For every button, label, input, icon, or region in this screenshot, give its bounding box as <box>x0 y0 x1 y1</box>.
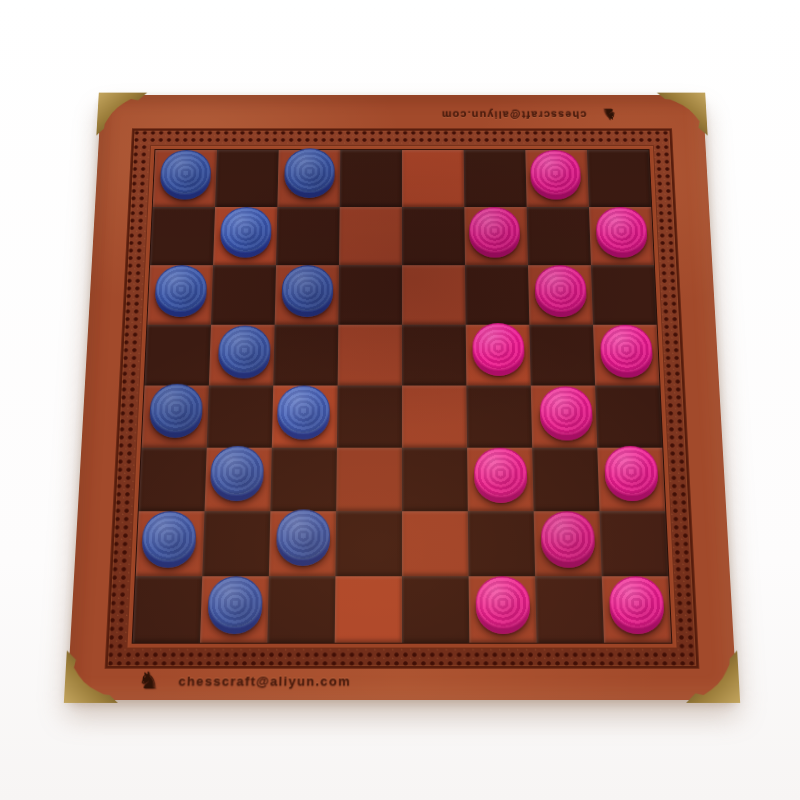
square-h6[interactable] <box>591 265 657 324</box>
blue-checker[interactable] <box>148 389 202 438</box>
blue-checker[interactable] <box>141 517 197 568</box>
pink-checker[interactable] <box>608 582 664 634</box>
square-h5[interactable] <box>593 325 659 386</box>
square-h3[interactable] <box>597 448 665 512</box>
leather-board-mat: ♞ chesscraft@aliyun.com ♞ chesscraft@ali… <box>67 95 737 700</box>
square-h4[interactable] <box>595 386 662 448</box>
square-d8[interactable] <box>340 150 402 207</box>
checker-top-face <box>218 326 271 374</box>
checker-top-face <box>207 576 263 628</box>
pink-checker[interactable] <box>599 330 653 378</box>
square-f2[interactable] <box>468 511 535 576</box>
checker-top-face <box>473 448 527 498</box>
checker-top-face <box>475 576 530 628</box>
square-e7[interactable] <box>402 207 465 265</box>
square-c8[interactable] <box>277 150 340 207</box>
blue-checker[interactable] <box>159 155 211 200</box>
square-f5[interactable] <box>466 325 531 386</box>
square-d3[interactable] <box>336 448 402 512</box>
blue-checker[interactable] <box>219 212 271 258</box>
square-g2[interactable] <box>534 511 602 576</box>
square-b6[interactable] <box>211 265 276 324</box>
blue-checker[interactable] <box>210 451 264 501</box>
blue-checker[interactable] <box>218 331 271 379</box>
square-d5[interactable] <box>338 325 402 386</box>
square-e8[interactable] <box>402 150 464 207</box>
square-g3[interactable] <box>532 448 599 512</box>
checker-top-face <box>530 150 581 195</box>
square-e4[interactable] <box>402 386 467 448</box>
square-d7[interactable] <box>339 207 402 265</box>
checker-top-face <box>599 325 653 373</box>
square-h2[interactable] <box>599 511 668 576</box>
ornamental-border <box>106 129 699 668</box>
square-b1[interactable] <box>200 576 269 643</box>
pink-checker[interactable] <box>540 517 595 568</box>
square-a5[interactable] <box>145 325 211 386</box>
checker-top-face <box>608 576 664 628</box>
blue-checker[interactable] <box>281 270 333 317</box>
brand-email-text: chesscraft@aliyun.com <box>178 673 351 688</box>
square-b4[interactable] <box>207 386 274 448</box>
pink-checker[interactable] <box>469 212 520 258</box>
square-c5[interactable] <box>273 325 338 386</box>
square-e6[interactable] <box>402 265 466 324</box>
square-f3[interactable] <box>467 448 534 512</box>
pink-checker[interactable] <box>475 582 530 634</box>
checker-top-face <box>141 511 197 562</box>
square-g6[interactable] <box>528 265 593 324</box>
square-e2[interactable] <box>402 511 469 576</box>
knight-logo-icon: ♞ <box>600 107 617 122</box>
border-gap <box>126 145 677 648</box>
square-e5[interactable] <box>402 325 466 386</box>
square-c2[interactable] <box>269 511 336 576</box>
checker-top-face <box>603 446 658 496</box>
pink-checker[interactable] <box>473 453 527 503</box>
square-d4[interactable] <box>337 386 402 448</box>
square-h7[interactable] <box>589 207 654 265</box>
square-c4[interactable] <box>272 386 338 448</box>
checker-top-face <box>154 265 207 312</box>
blue-checker[interactable] <box>207 582 263 634</box>
square-b3[interactable] <box>205 448 272 512</box>
square-f4[interactable] <box>466 386 532 448</box>
square-g8[interactable] <box>525 150 589 207</box>
pink-checker[interactable] <box>530 155 581 200</box>
square-b8[interactable] <box>215 150 279 207</box>
square-f7[interactable] <box>464 207 528 265</box>
square-g5[interactable] <box>529 325 595 386</box>
square-a6[interactable] <box>147 265 213 324</box>
square-e3[interactable] <box>402 448 468 512</box>
checker-top-face <box>277 386 330 435</box>
square-a4[interactable] <box>142 386 209 448</box>
square-g1[interactable] <box>535 576 604 643</box>
bottom-branding: ♞ chesscraft@aliyun.com <box>137 667 351 694</box>
checker-top-face <box>219 207 271 253</box>
square-b7[interactable] <box>213 207 277 265</box>
square-f1[interactable] <box>469 576 537 643</box>
blue-checker[interactable] <box>277 391 330 440</box>
square-a3[interactable] <box>139 448 207 512</box>
top-branding: ♞ chesscraft@aliyun.com <box>415 104 617 125</box>
checker-top-face <box>284 148 335 193</box>
square-f8[interactable] <box>464 150 527 207</box>
checkers-board <box>133 150 672 643</box>
square-a8[interactable] <box>153 150 217 207</box>
square-c6[interactable] <box>275 265 339 324</box>
checker-top-face <box>595 207 647 253</box>
pink-checker[interactable] <box>534 270 587 317</box>
square-h1[interactable] <box>602 576 672 643</box>
pink-checker[interactable] <box>539 392 593 441</box>
checker-top-face <box>159 150 211 195</box>
square-d6[interactable] <box>338 265 402 324</box>
blue-checker[interactable] <box>275 515 329 566</box>
pink-checker[interactable] <box>604 451 659 501</box>
square-g4[interactable] <box>531 386 598 448</box>
square-g7[interactable] <box>527 207 591 265</box>
square-c3[interactable] <box>270 448 337 512</box>
blue-checker[interactable] <box>284 153 335 198</box>
blue-checker[interactable] <box>154 270 207 317</box>
product-photo-scene: ♞ chesscraft@aliyun.com ♞ chesscraft@ali… <box>0 0 800 800</box>
checker-top-face <box>281 265 333 312</box>
square-f6[interactable] <box>465 265 529 324</box>
checker-top-face <box>472 323 525 371</box>
checker-top-face <box>540 511 595 562</box>
square-d2[interactable] <box>335 511 402 576</box>
square-d1[interactable] <box>335 576 402 643</box>
square-c1[interactable] <box>267 576 335 643</box>
checker-top-face <box>276 509 330 560</box>
pink-checker[interactable] <box>595 212 648 258</box>
checker-top-face <box>534 265 587 312</box>
checker-top-face <box>469 207 520 253</box>
square-a1[interactable] <box>133 576 203 643</box>
checker-top-face <box>539 386 593 435</box>
square-a2[interactable] <box>136 511 205 576</box>
checker-top-face <box>210 446 264 496</box>
square-e1[interactable] <box>402 576 469 643</box>
brand-email-text: chesscraft@aliyun.com <box>441 109 587 120</box>
square-b2[interactable] <box>202 511 270 576</box>
square-a7[interactable] <box>150 207 215 265</box>
checker-top-face <box>149 384 203 433</box>
knight-logo-icon: ♞ <box>137 669 161 692</box>
pink-checker[interactable] <box>472 328 525 376</box>
square-b5[interactable] <box>209 325 275 386</box>
square-c7[interactable] <box>276 207 340 265</box>
square-h8[interactable] <box>587 150 651 207</box>
